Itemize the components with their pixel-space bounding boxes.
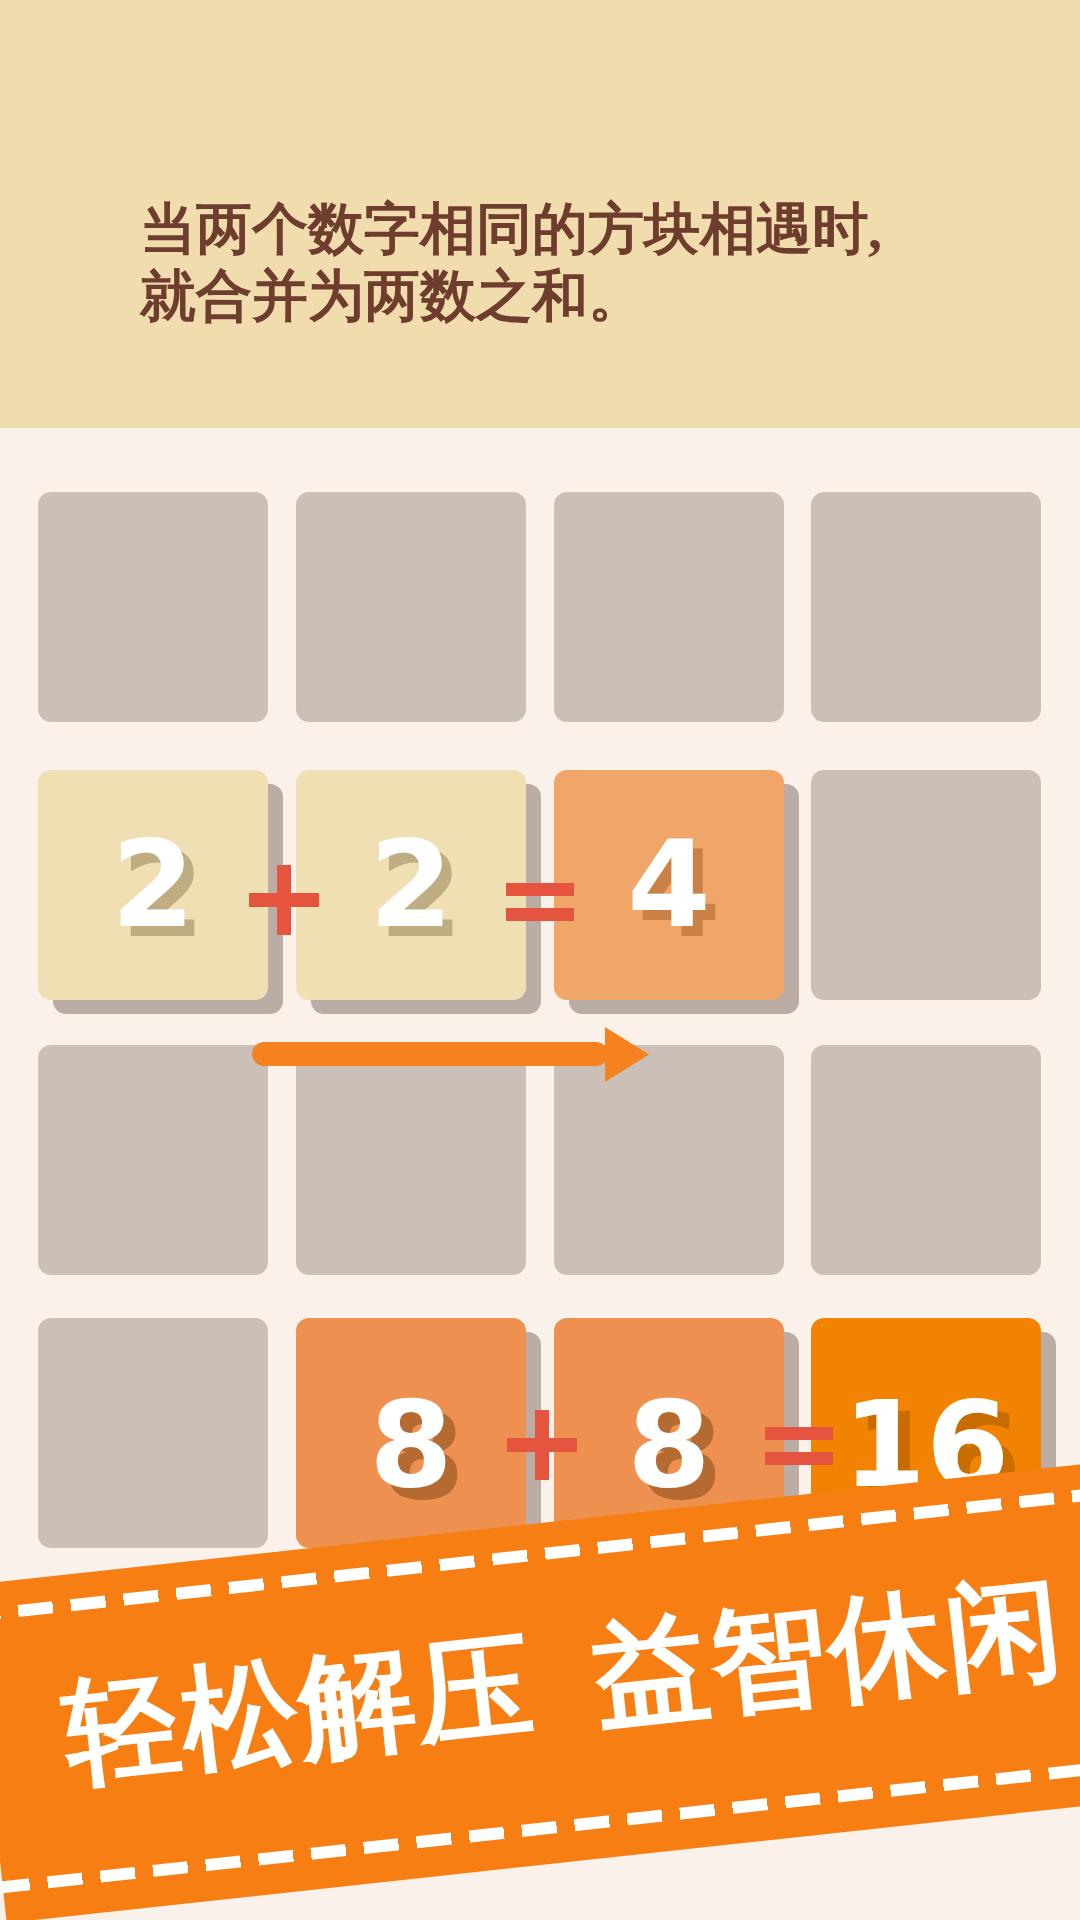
tile-r3c2-empty	[296, 1045, 526, 1275]
tile-number: 8	[369, 1385, 453, 1505]
tile-r1c1-empty	[38, 492, 268, 722]
tile-number: 4	[627, 825, 711, 945]
tile-r3c1-empty	[38, 1045, 268, 1275]
tile-r2c4-empty	[811, 770, 1041, 1000]
tutorial-banner: 当两个数字相同的方块相遇时, 就合并为两数之和。	[0, 0, 1080, 428]
plus-sign-row2	[249, 865, 319, 935]
tile-r1c4-empty	[811, 492, 1041, 722]
tutorial-text-line2: 就合并为两数之和。	[140, 263, 882, 330]
tutorial-text: 当两个数字相同的方块相遇时, 就合并为两数之和。	[140, 196, 882, 330]
tile-r3c4-empty	[811, 1045, 1041, 1275]
tile-r2c3-value-4: 4	[554, 770, 784, 1000]
tile-r4c2-value-8: 8	[296, 1318, 526, 1548]
slide-arrow-shaft	[252, 1042, 608, 1066]
tile-number: 8	[627, 1385, 711, 1505]
tile-r1c2-empty	[296, 492, 526, 722]
tile-r4c1-empty	[38, 1318, 268, 1548]
tutorial-text-line1: 当两个数字相同的方块相遇时,	[140, 196, 882, 263]
tile-number: 2	[111, 825, 195, 945]
app-screenshot-2048-promo: { "game": "2048", "position": { "rows": …	[0, 0, 1080, 1920]
tile-r1c3-empty	[554, 492, 784, 722]
equals-sign-row2	[506, 883, 574, 921]
plus-sign-row4	[507, 1410, 577, 1480]
tile-r2c1-value-2: 2	[38, 770, 268, 1000]
equals-sign-row4	[765, 1427, 833, 1465]
tile-number: 2	[369, 825, 453, 945]
tile-r3c3-empty	[554, 1045, 784, 1275]
tile-r2c2-value-2: 2	[296, 770, 526, 1000]
